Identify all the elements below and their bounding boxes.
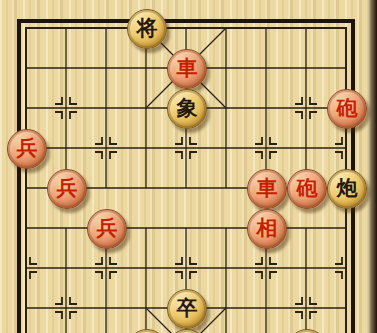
piece-black-soldier[interactable]: 卒 [167,289,207,329]
piece-glyph: 兵 [97,218,118,239]
piece-glyph: 将 [137,18,158,39]
piece-glyph: 象 [177,98,198,119]
piece-red-soldier[interactable]: 兵 [87,209,127,249]
piece-glyph: 兵 [17,138,38,159]
piece-red-chariot[interactable]: 車 [167,49,207,89]
piece-glyph: 砲 [337,98,358,119]
piece-red-soldier[interactable]: 兵 [47,169,87,209]
piece-red-cannon[interactable]: 砲 [287,169,327,209]
piece-red-elephant[interactable]: 相 [247,209,287,249]
xiangqi-board[interactable]: 将車象砲兵兵車砲炮兵相卒 [0,0,377,333]
piece-glyph: 砲 [297,178,318,199]
piece-glyph: 兵 [57,178,78,199]
piece-glyph: 車 [257,178,278,199]
piece-glyph: 相 [257,218,278,239]
piece-glyph: 炮 [337,178,358,199]
piece-red-cannon[interactable]: 砲 [327,89,367,129]
piece-black-cannon[interactable]: 炮 [327,169,367,209]
piece-glyph: 卒 [177,298,198,319]
piece-glyph: 車 [177,58,198,79]
piece-black-general[interactable]: 将 [127,9,167,49]
piece-red-soldier[interactable]: 兵 [7,129,47,169]
piece-red-chariot[interactable]: 車 [247,169,287,209]
piece-black-elephant[interactable]: 象 [167,89,207,129]
